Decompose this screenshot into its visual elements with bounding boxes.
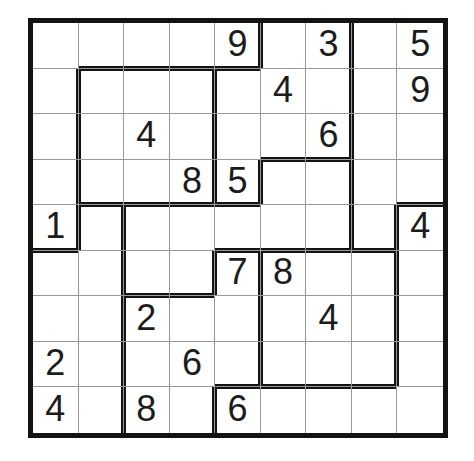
cell-r2c6[interactable]: 4 (261, 69, 307, 115)
given-digit: 2 (45, 345, 65, 381)
given-digit: 5 (410, 26, 430, 62)
cell-r9c9[interactable] (397, 387, 443, 433)
cell-r1c5[interactable]: 9 (215, 23, 261, 69)
cell-r8c6[interactable] (261, 342, 307, 388)
cell-r7c6[interactable] (261, 296, 307, 342)
cell-r4c3[interactable] (124, 160, 170, 206)
given-digit: 9 (410, 72, 430, 108)
cell-r7c5[interactable] (215, 296, 261, 342)
cell-r2c5[interactable] (215, 69, 261, 115)
given-digit: 7 (227, 254, 247, 290)
given-digit: 6 (182, 345, 202, 381)
cell-r8c8[interactable] (352, 342, 398, 388)
cell-r4c5[interactable]: 5 (215, 160, 261, 206)
given-digit: 5 (227, 163, 247, 199)
cell-r2c9[interactable]: 9 (397, 69, 443, 115)
cell-r9c8[interactable] (352, 387, 398, 433)
given-digit: 6 (319, 117, 339, 153)
given-digit: 4 (273, 72, 293, 108)
cell-r6c5[interactable]: 7 (215, 251, 261, 297)
cell-r6c7[interactable] (306, 251, 352, 297)
cell-r6c3[interactable] (124, 251, 170, 297)
cell-r1c4[interactable] (170, 23, 216, 69)
cell-r1c8[interactable] (352, 23, 398, 69)
cell-r5c1[interactable]: 1 (33, 205, 79, 251)
cell-r3c7[interactable]: 6 (306, 114, 352, 160)
cell-r1c6[interactable] (261, 23, 307, 69)
cell-r1c9[interactable]: 5 (397, 23, 443, 69)
cell-r7c9[interactable] (397, 296, 443, 342)
cell-r8c5[interactable] (215, 342, 261, 388)
cell-r5c5[interactable] (215, 205, 261, 251)
cell-r4c2[interactable] (79, 160, 125, 206)
cell-r4c8[interactable] (352, 160, 398, 206)
cell-r4c9[interactable] (397, 160, 443, 206)
cell-r6c4[interactable] (170, 251, 216, 297)
given-digit: 4 (410, 208, 430, 244)
cell-r7c1[interactable] (33, 296, 79, 342)
given-digit: 8 (273, 254, 293, 290)
cell-r6c8[interactable] (352, 251, 398, 297)
cell-r2c4[interactable] (170, 69, 216, 115)
cell-r7c8[interactable] (352, 296, 398, 342)
given-digit: 8 (136, 391, 156, 427)
cell-r6c2[interactable] (79, 251, 125, 297)
cell-r9c7[interactable] (306, 387, 352, 433)
cell-r6c1[interactable] (33, 251, 79, 297)
cell-r8c9[interactable] (397, 342, 443, 388)
cell-r6c9[interactable] (397, 251, 443, 297)
given-digit: 8 (182, 163, 202, 199)
cell-r3c8[interactable] (352, 114, 398, 160)
cell-r5c3[interactable] (124, 205, 170, 251)
given-digit: 3 (319, 26, 339, 62)
cell-r4c7[interactable] (306, 160, 352, 206)
given-digit: 4 (45, 391, 65, 427)
cell-r7c3[interactable]: 2 (124, 296, 170, 342)
cell-r2c8[interactable] (352, 69, 398, 115)
cell-r8c1[interactable]: 2 (33, 342, 79, 388)
cell-r9c4[interactable] (170, 387, 216, 433)
cell-r3c9[interactable] (397, 114, 443, 160)
cell-r5c6[interactable] (261, 205, 307, 251)
cell-r4c4[interactable]: 8 (170, 160, 216, 206)
cell-r9c1[interactable]: 4 (33, 387, 79, 433)
cell-r9c3[interactable]: 8 (124, 387, 170, 433)
cell-r3c2[interactable] (79, 114, 125, 160)
cell-r3c3[interactable]: 4 (124, 114, 170, 160)
given-digit: 9 (227, 26, 247, 62)
cell-r5c8[interactable] (352, 205, 398, 251)
given-digit: 2 (136, 300, 156, 336)
given-digit: 4 (136, 117, 156, 153)
given-digit: 6 (227, 391, 247, 427)
cell-r1c2[interactable] (79, 23, 125, 69)
cell-r5c4[interactable] (170, 205, 216, 251)
cell-r4c1[interactable] (33, 160, 79, 206)
cell-r5c9[interactable]: 4 (397, 205, 443, 251)
cell-r8c2[interactable] (79, 342, 125, 388)
cell-r3c5[interactable] (215, 114, 261, 160)
cell-r2c7[interactable] (306, 69, 352, 115)
cell-r7c2[interactable] (79, 296, 125, 342)
cell-r8c7[interactable] (306, 342, 352, 388)
cell-r3c4[interactable] (170, 114, 216, 160)
sudoku-board: 93549468514782426486 (28, 18, 448, 438)
page: { "game": { "type": "jigsaw-sudoku", "ti… (0, 0, 474, 461)
cell-r9c2[interactable] (79, 387, 125, 433)
cell-r3c6[interactable] (261, 114, 307, 160)
cell-r9c6[interactable] (261, 387, 307, 433)
cell-r1c7[interactable]: 3 (306, 23, 352, 69)
cell-r7c7[interactable]: 4 (306, 296, 352, 342)
cell-r8c4[interactable]: 6 (170, 342, 216, 388)
cell-r7c4[interactable] (170, 296, 216, 342)
given-digit: 1 (45, 208, 65, 244)
cell-r2c3[interactable] (124, 69, 170, 115)
cell-r8c3[interactable] (124, 342, 170, 388)
cell-r4c6[interactable] (261, 160, 307, 206)
cell-r3c1[interactable] (33, 114, 79, 160)
cell-r5c2[interactable] (79, 205, 125, 251)
cell-r9c5[interactable]: 6 (215, 387, 261, 433)
given-digit: 4 (319, 300, 339, 336)
cell-r2c2[interactable] (79, 69, 125, 115)
cell-r5c7[interactable] (306, 205, 352, 251)
cell-r1c1[interactable] (33, 23, 79, 69)
cell-r6c6[interactable]: 8 (261, 251, 307, 297)
cell-r2c1[interactable] (33, 69, 79, 115)
cell-r1c3[interactable] (124, 23, 170, 69)
